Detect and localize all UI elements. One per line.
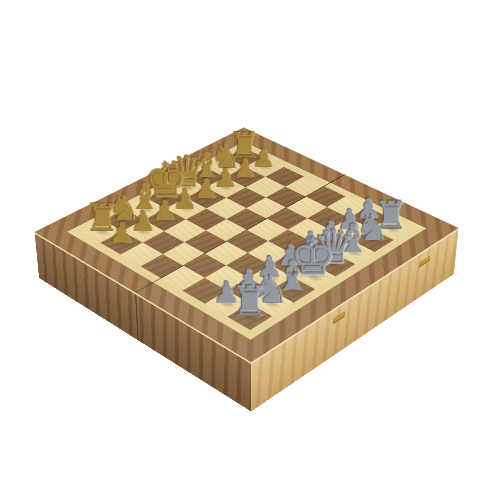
piece-gold-pawn: ♟	[89, 190, 154, 249]
chess-box: ♜♟♟♜♞♟♟♞♝♟♟♝♛♟♟♛♚♟♟♚♝♟♟♝♞♟♟♞♜♟♟♜	[34, 128, 458, 363]
fold-seam-side	[135, 294, 139, 341]
brass-hinge	[333, 311, 345, 325]
brass-hinge	[419, 255, 430, 268]
perspective-stage: ♜♟♟♜♞♟♟♞♝♟♟♝♛♟♟♛♚♟♟♚♝♟♟♝♞♟♟♞♜♟♟♜	[97, 80, 397, 380]
box-top-surface: ♜♟♟♜♞♟♟♞♝♟♟♝♛♟♟♛♚♟♟♚♝♟♟♝♞♟♟♞♜♟♟♜	[34, 128, 458, 363]
square-h8: ♜	[227, 303, 272, 330]
piece-silver-rook: ♜	[215, 259, 285, 323]
product-photo-scene: ♜♟♟♜♞♟♟♞♝♟♟♝♛♟♟♛♚♟♟♚♝♟♟♝♞♟♟♞♜♟♟♜	[0, 0, 500, 500]
